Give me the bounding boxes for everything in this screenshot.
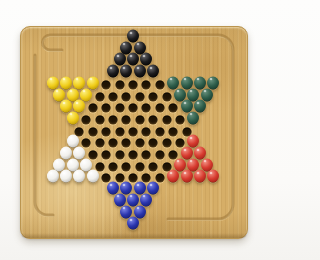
marble-specular-highlight	[116, 195, 120, 198]
board-hole[interactable]	[129, 80, 138, 89]
board-hole[interactable]	[95, 115, 104, 124]
board-hole[interactable]	[135, 139, 144, 148]
marble-specular-highlight	[142, 54, 146, 57]
board-hole[interactable]	[115, 80, 124, 89]
board-hole[interactable]	[129, 104, 138, 113]
marble-specular-highlight	[189, 113, 193, 116]
marble-specular-highlight	[196, 78, 200, 81]
marble-specular-highlight	[69, 160, 73, 163]
board-hole[interactable]	[108, 139, 117, 148]
marble-white[interactable]	[60, 170, 72, 183]
marble-yellow[interactable]	[67, 111, 79, 124]
marble-specular-highlight	[209, 171, 213, 174]
board-hole[interactable]	[142, 80, 151, 89]
board-hole[interactable]	[155, 174, 164, 183]
marble-specular-highlight	[109, 66, 113, 69]
marble-specular-highlight	[75, 148, 79, 151]
board-hole[interactable]	[115, 151, 124, 160]
board-hole[interactable]	[149, 139, 158, 148]
marble-specular-highlight	[89, 78, 93, 81]
marble-red[interactable]	[181, 170, 193, 183]
board-hole[interactable]	[135, 162, 144, 171]
board-hole[interactable]	[108, 115, 117, 124]
marble-specular-highlight	[136, 66, 140, 69]
marble-blue[interactable]	[140, 193, 152, 206]
marble-specular-highlight	[189, 160, 193, 163]
marble-white[interactable]	[73, 170, 85, 183]
marble-specular-highlight	[149, 183, 153, 186]
board-hole[interactable]	[95, 139, 104, 148]
marble-specular-highlight	[196, 171, 200, 174]
marble-specular-highlight	[62, 101, 66, 104]
marble-specular-highlight	[183, 148, 187, 151]
board-hole[interactable]	[102, 104, 111, 113]
marble-specular-highlight	[136, 43, 140, 46]
board-hole[interactable]	[155, 127, 164, 136]
marble-specular-highlight	[129, 31, 133, 34]
marble-specular-highlight	[129, 218, 133, 221]
marble-specular-highlight	[203, 160, 207, 163]
board-hole[interactable]	[162, 92, 171, 101]
marble-specular-highlight	[149, 66, 153, 69]
marble-specular-highlight	[62, 148, 66, 151]
marble-specular-highlight	[183, 78, 187, 81]
board-hole[interactable]	[149, 115, 158, 124]
marble-green[interactable]	[201, 88, 213, 101]
marble-specular-highlight	[122, 43, 126, 46]
marble-specular-highlight	[69, 90, 73, 93]
chinese-checkers-board	[20, 26, 248, 239]
marble-specular-highlight	[49, 78, 53, 81]
board-hole[interactable]	[88, 151, 97, 160]
marble-specular-highlight	[55, 90, 59, 93]
marble-yellow[interactable]	[87, 76, 99, 89]
marble-specular-highlight	[176, 160, 180, 163]
board-hole[interactable]	[102, 127, 111, 136]
marble-specular-highlight	[75, 78, 79, 81]
marble-specular-highlight	[82, 90, 86, 93]
marble-specular-highlight	[142, 195, 146, 198]
marble-specular-highlight	[109, 183, 113, 186]
board-hole[interactable]	[162, 115, 171, 124]
marble-specular-highlight	[89, 171, 93, 174]
marble-specular-highlight	[129, 54, 133, 57]
marble-specular-highlight	[55, 160, 59, 163]
marble-black[interactable]	[134, 65, 146, 78]
board-hole[interactable]	[135, 115, 144, 124]
marble-specular-highlight	[209, 78, 213, 81]
board-hole[interactable]	[108, 92, 117, 101]
board-hole[interactable]	[102, 80, 111, 89]
board-hole[interactable]	[155, 104, 164, 113]
marble-green[interactable]	[187, 111, 199, 124]
board-hole[interactable]	[149, 92, 158, 101]
board-hole[interactable]	[122, 115, 131, 124]
marble-yellow[interactable]	[80, 88, 92, 101]
marble-specular-highlight	[69, 136, 73, 139]
board-hole[interactable]	[142, 151, 151, 160]
marble-red[interactable]	[207, 170, 219, 183]
marble-specular-highlight	[75, 101, 79, 104]
marble-specular-highlight	[189, 136, 193, 139]
board-hole[interactable]	[122, 139, 131, 148]
board-hole[interactable]	[155, 151, 164, 160]
marble-specular-highlight	[136, 183, 140, 186]
marble-specular-highlight	[183, 171, 187, 174]
marble-black[interactable]	[147, 65, 159, 78]
marble-green[interactable]	[207, 76, 219, 89]
marble-specular-highlight	[203, 90, 207, 93]
marble-specular-highlight	[116, 54, 120, 57]
marble-blue[interactable]	[127, 217, 139, 230]
board-hole[interactable]	[115, 127, 124, 136]
marble-specular-highlight	[169, 171, 173, 174]
board-hole[interactable]	[95, 92, 104, 101]
marble-specular-highlight	[62, 171, 66, 174]
marble-specular-highlight	[75, 171, 79, 174]
board-hole[interactable]	[75, 127, 84, 136]
board-hole[interactable]	[108, 162, 117, 171]
marble-specular-highlight	[189, 90, 193, 93]
marble-specular-highlight	[196, 101, 200, 104]
marble-specular-highlight	[82, 160, 86, 163]
board-hole[interactable]	[155, 80, 164, 89]
marble-black[interactable]	[107, 65, 119, 78]
marble-specular-highlight	[69, 113, 73, 116]
marble-specular-highlight	[129, 195, 133, 198]
board-hole[interactable]	[122, 162, 131, 171]
board-hole[interactable]	[122, 92, 131, 101]
marble-specular-highlight	[136, 207, 140, 210]
marble-yellow[interactable]	[73, 100, 85, 113]
board-hole[interactable]	[115, 104, 124, 113]
marble-specular-highlight	[49, 171, 53, 174]
marble-red[interactable]	[167, 170, 179, 183]
marble-white[interactable]	[87, 170, 99, 183]
marble-blue[interactable]	[147, 182, 159, 195]
marble-green[interactable]	[194, 100, 206, 113]
board-hole[interactable]	[142, 104, 151, 113]
board-hole[interactable]	[129, 127, 138, 136]
marble-blue[interactable]	[134, 205, 146, 218]
marble-specular-highlight	[176, 90, 180, 93]
marble-specular-highlight	[169, 78, 173, 81]
marble-specular-highlight	[122, 207, 126, 210]
board-hole[interactable]	[102, 151, 111, 160]
board-hole[interactable]	[88, 127, 97, 136]
marble-specular-highlight	[122, 183, 126, 186]
board-hole[interactable]	[82, 115, 91, 124]
board-hole[interactable]	[88, 104, 97, 113]
marble-black[interactable]	[120, 65, 132, 78]
board-hole[interactable]	[129, 151, 138, 160]
marble-specular-highlight	[183, 101, 187, 104]
marble-white[interactable]	[47, 170, 59, 183]
board-hole[interactable]	[142, 127, 151, 136]
board-hole[interactable]	[149, 162, 158, 171]
board-hole[interactable]	[162, 139, 171, 148]
marble-specular-highlight	[62, 78, 66, 81]
board-hole[interactable]	[169, 127, 178, 136]
board-hole[interactable]	[82, 139, 91, 148]
board-hole[interactable]	[169, 104, 178, 113]
marble-red[interactable]	[194, 170, 206, 183]
marble-specular-highlight	[122, 66, 126, 69]
board-hole[interactable]	[95, 162, 104, 171]
board-hole[interactable]	[175, 115, 184, 124]
marble-specular-highlight	[196, 148, 200, 151]
board-hole[interactable]	[135, 92, 144, 101]
